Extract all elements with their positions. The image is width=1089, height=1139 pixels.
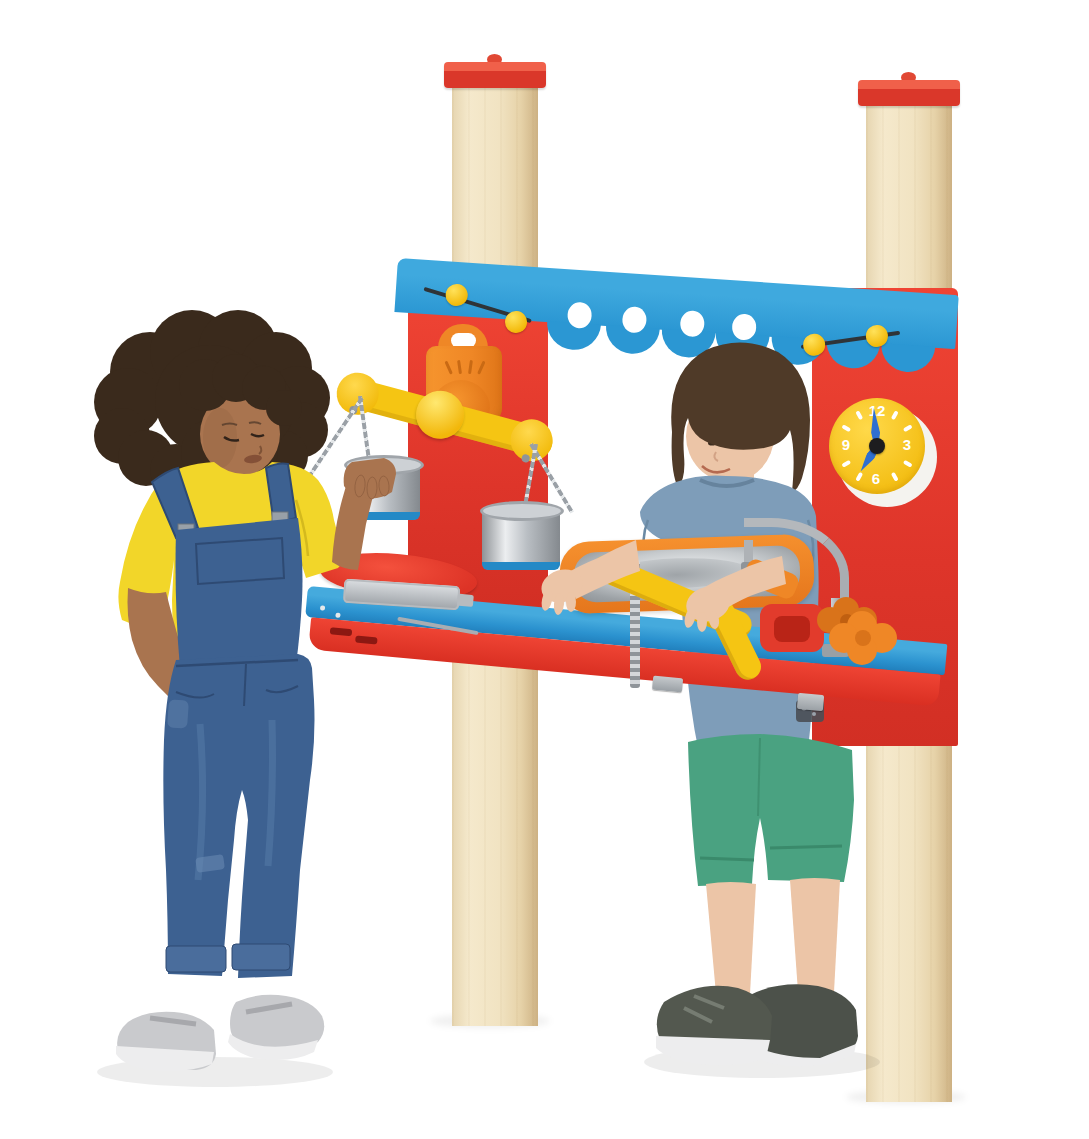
clock-tick: [903, 424, 913, 432]
product-photo-scene: Two children playing at a wall-mounted w…: [0, 0, 1089, 1139]
boy-shorts: [688, 734, 854, 886]
slider-bead: [504, 310, 527, 333]
left-child: [80, 300, 410, 1100]
boy-right-leg: [790, 878, 840, 992]
left-post-cap: [444, 62, 546, 88]
boy-finger: [566, 592, 576, 612]
girl-raised-forearm: [332, 486, 374, 570]
boy-left-leg: [706, 882, 756, 994]
boy-finger: [697, 612, 707, 632]
shorts-cuff: [700, 858, 754, 860]
right-child-arms: [530, 520, 830, 650]
metal-tray-handle: [457, 594, 474, 607]
hinge: [797, 693, 824, 711]
clock-tick: [891, 472, 899, 482]
clock-tick: [903, 460, 913, 468]
clock-number-3: 3: [892, 436, 922, 453]
shorts-cuff: [770, 846, 842, 848]
jean-cuff: [232, 944, 290, 970]
jean-cuff: [166, 946, 226, 972]
right-post-cap: [858, 80, 960, 106]
hinge: [652, 676, 683, 693]
face-shading: [203, 408, 237, 468]
denim-distress: [167, 699, 189, 728]
